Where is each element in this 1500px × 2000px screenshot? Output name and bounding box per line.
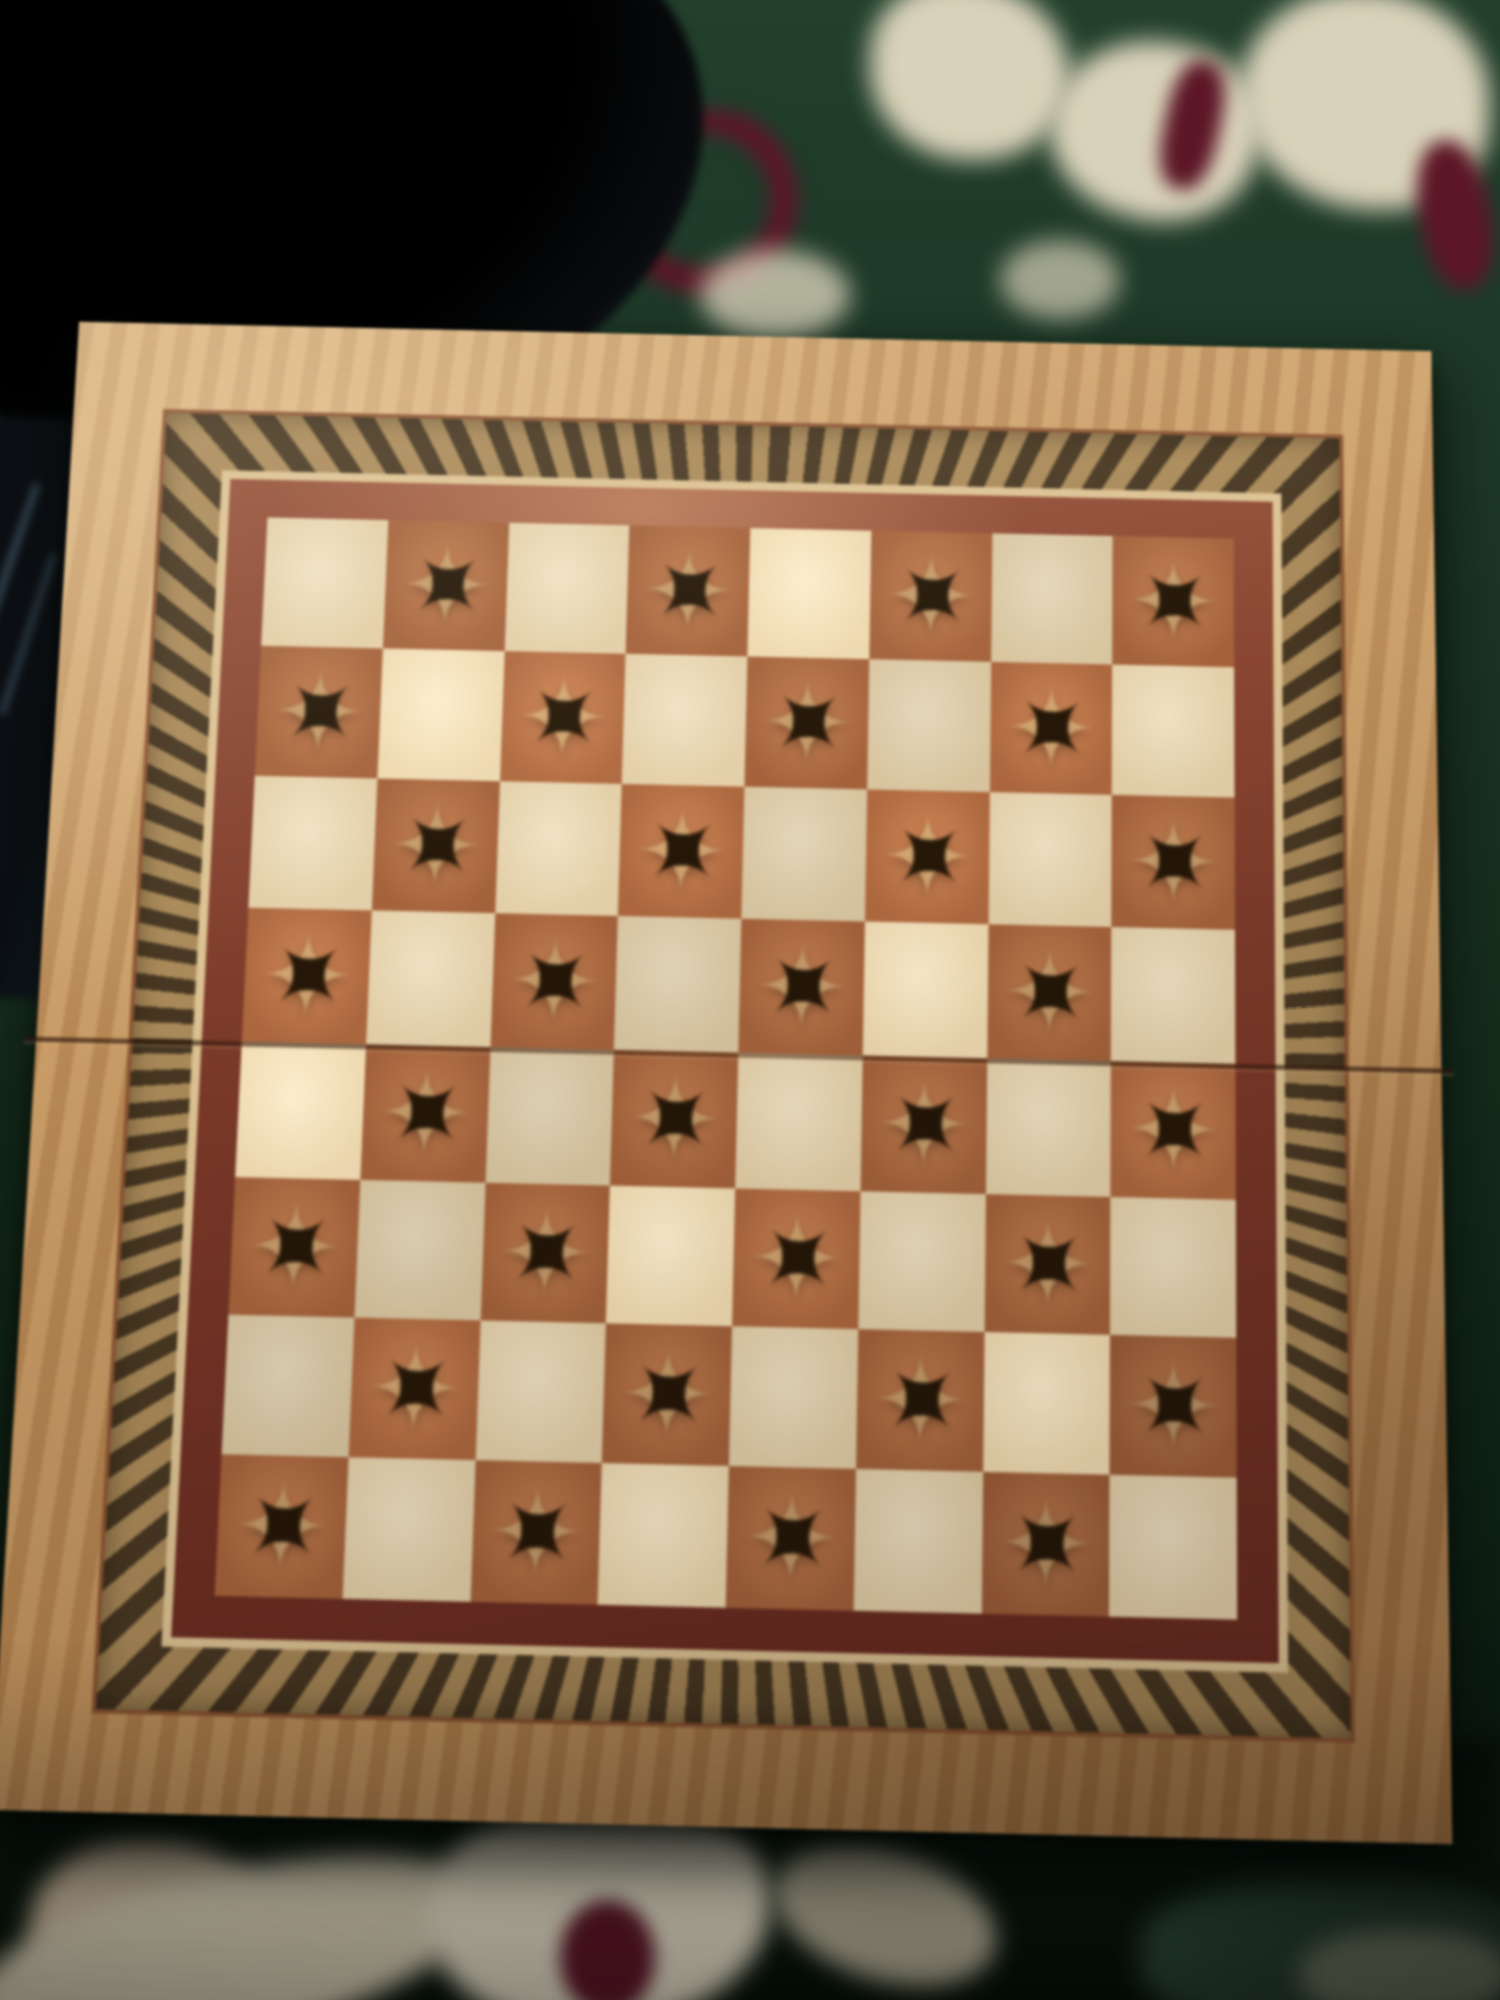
star-inlay: ✦✦ xyxy=(869,531,992,662)
square-b1 xyxy=(342,1457,475,1602)
square-g8 xyxy=(991,533,1113,664)
square-b7 xyxy=(377,648,504,781)
star-inlay: ✦✦ xyxy=(470,1460,602,1605)
square-c3: ✦✦ xyxy=(480,1183,610,1324)
rug-motif-beige-streak xyxy=(1300,1930,1500,2000)
photo-scene: ✦✦✦✦✦✦✦✦✦✦✦✦✦✦✦✦✦✦✦✦✦✦✦✦✦✦✦✦✦✦✦✦✦✦✦✦✦✦✦✦… xyxy=(0,0,1500,2000)
star-inlay: ✦✦ xyxy=(228,1177,360,1317)
square-b6: ✦✦ xyxy=(372,779,500,914)
star-inlay: ✦✦ xyxy=(500,651,626,784)
star-inlay: ✦✦ xyxy=(348,1318,480,1461)
square-c8 xyxy=(504,523,629,654)
square-d5 xyxy=(614,916,741,1053)
square-a1: ✦✦ xyxy=(215,1454,349,1599)
square-h4: ✦✦ xyxy=(1111,1061,1236,1200)
star-inlay: ✦✦ xyxy=(865,789,990,924)
square-d2: ✦✦ xyxy=(602,1323,732,1466)
square-g4 xyxy=(985,1058,1111,1197)
star-inlay: ✦✦ xyxy=(856,1329,984,1472)
star-inlay: ✦✦ xyxy=(1110,1335,1237,1478)
star-inlay: ✦✦ xyxy=(626,525,751,656)
square-d8: ✦✦ xyxy=(626,525,751,656)
star-inlay: ✦✦ xyxy=(360,1044,490,1183)
star-inlay: ✦✦ xyxy=(215,1454,349,1599)
square-f1 xyxy=(853,1469,982,1614)
square-c7: ✦✦ xyxy=(500,651,626,784)
square-e3: ✦✦ xyxy=(732,1188,860,1329)
board-outer-frame: ✦✦✦✦✦✦✦✦✦✦✦✦✦✦✦✦✦✦✦✦✦✦✦✦✦✦✦✦✦✦✦✦✦✦✦✦✦✦✦✦… xyxy=(0,322,1452,1845)
square-d3 xyxy=(606,1186,735,1327)
board-perspective-wrap: ✦✦✦✦✦✦✦✦✦✦✦✦✦✦✦✦✦✦✦✦✦✦✦✦✦✦✦✦✦✦✦✦✦✦✦✦✦✦✦✦… xyxy=(0,322,1452,1845)
star-inlay: ✦✦ xyxy=(618,784,744,919)
square-c2 xyxy=(475,1320,606,1463)
rug-motif-maroon-2 xyxy=(1408,135,1500,295)
board-grid: ✦✦✦✦✦✦✦✦✦✦✦✦✦✦✦✦✦✦✦✦✦✦✦✦✦✦✦✦✦✦✦✦✦✦✦✦✦✦✦✦… xyxy=(215,517,1238,1619)
square-h1 xyxy=(1109,1475,1237,1620)
square-f4: ✦✦ xyxy=(860,1055,986,1194)
star-inlay: ✦✦ xyxy=(738,919,864,1056)
star-inlay: ✦✦ xyxy=(726,1466,856,1611)
square-g3: ✦✦ xyxy=(984,1194,1111,1335)
star-inlay: ✦✦ xyxy=(860,1055,986,1194)
square-h6: ✦✦ xyxy=(1112,795,1235,930)
chessboard: ✦✦✦✦✦✦✦✦✦✦✦✦✦✦✦✦✦✦✦✦✦✦✦✦✦✦✦✦✦✦✦✦✦✦✦✦✦✦✦✦… xyxy=(0,322,1452,1845)
square-f3 xyxy=(858,1191,985,1332)
square-e1: ✦✦ xyxy=(726,1466,856,1611)
square-c6 xyxy=(495,781,622,916)
square-f2: ✦✦ xyxy=(856,1329,984,1472)
device-edge-highlight-2 xyxy=(0,553,56,716)
board-pinstripe: ✦✦✦✦✦✦✦✦✦✦✦✦✦✦✦✦✦✦✦✦✦✦✦✦✦✦✦✦✦✦✦✦✦✦✦✦✦✦✦✦… xyxy=(161,470,1288,1673)
square-e8 xyxy=(747,528,871,659)
square-h3 xyxy=(1110,1197,1236,1338)
square-b5 xyxy=(366,910,495,1047)
square-d4: ✦✦ xyxy=(610,1050,738,1189)
board-mahogany-band: ✦✦✦✦✦✦✦✦✦✦✦✦✦✦✦✦✦✦✦✦✦✦✦✦✦✦✦✦✦✦✦✦✦✦✦✦✦✦✦✦… xyxy=(171,479,1279,1663)
square-a7: ✦✦ xyxy=(255,646,383,779)
square-a5: ✦✦ xyxy=(242,908,372,1045)
square-d1 xyxy=(598,1463,729,1608)
star-inlay: ✦✦ xyxy=(602,1323,732,1466)
star-inlay: ✦✦ xyxy=(1112,795,1235,930)
star-inlay: ✦✦ xyxy=(1111,1061,1236,1200)
square-b2: ✦✦ xyxy=(348,1318,480,1461)
square-a4 xyxy=(235,1041,366,1180)
rug-motif-cream-8 xyxy=(1000,240,1120,320)
board-stripe-band: ✦✦✦✦✦✦✦✦✦✦✦✦✦✦✦✦✦✦✦✦✦✦✦✦✦✦✦✦✦✦✦✦✦✦✦✦✦✦✦✦… xyxy=(91,409,1355,1743)
rug-motif-cream-2 xyxy=(1027,12,1282,248)
square-b8: ✦✦ xyxy=(383,520,509,651)
square-g1: ✦✦ xyxy=(981,1472,1109,1617)
square-f5 xyxy=(863,921,989,1058)
square-f7 xyxy=(867,659,991,792)
square-g5: ✦✦ xyxy=(987,924,1112,1061)
square-e4 xyxy=(735,1053,862,1192)
star-inlay: ✦✦ xyxy=(981,1472,1109,1617)
square-f6: ✦✦ xyxy=(865,789,990,924)
square-c5: ✦✦ xyxy=(490,913,618,1050)
square-h5 xyxy=(1111,927,1235,1064)
star-inlay: ✦✦ xyxy=(744,656,869,789)
star-inlay: ✦✦ xyxy=(383,520,509,651)
square-g7: ✦✦ xyxy=(989,662,1112,795)
square-e6 xyxy=(741,787,867,922)
square-f8: ✦✦ xyxy=(869,531,992,662)
square-a3: ✦✦ xyxy=(228,1177,360,1317)
star-inlay: ✦✦ xyxy=(255,646,383,779)
star-inlay: ✦✦ xyxy=(480,1183,610,1324)
square-d6: ✦✦ xyxy=(618,784,744,919)
square-e7: ✦✦ xyxy=(744,656,869,789)
star-inlay: ✦✦ xyxy=(242,908,372,1045)
square-h8: ✦✦ xyxy=(1112,536,1234,667)
star-inlay: ✦✦ xyxy=(732,1188,860,1329)
star-inlay: ✦✦ xyxy=(987,924,1112,1061)
square-c1: ✦✦ xyxy=(470,1460,602,1605)
square-a8 xyxy=(261,517,388,648)
square-h7 xyxy=(1112,665,1235,798)
square-b4: ✦✦ xyxy=(360,1044,490,1183)
square-a6 xyxy=(248,776,377,911)
star-inlay: ✦✦ xyxy=(490,913,618,1050)
star-inlay: ✦✦ xyxy=(610,1050,738,1189)
rug-motif-cream-7 xyxy=(700,250,850,340)
square-h2: ✦✦ xyxy=(1110,1335,1237,1478)
star-inlay: ✦✦ xyxy=(989,662,1112,795)
square-e5: ✦✦ xyxy=(738,919,864,1056)
square-e2 xyxy=(729,1326,858,1469)
square-g6 xyxy=(988,792,1112,927)
star-inlay: ✦✦ xyxy=(372,779,500,914)
square-d7 xyxy=(622,654,747,787)
star-inlay: ✦✦ xyxy=(1112,536,1234,667)
square-b3 xyxy=(354,1180,485,1321)
square-c4 xyxy=(485,1047,614,1186)
rug-motif-cream-1 xyxy=(870,0,1070,160)
square-g2 xyxy=(983,1332,1110,1475)
square-a2 xyxy=(222,1315,355,1458)
star-inlay: ✦✦ xyxy=(984,1194,1111,1335)
